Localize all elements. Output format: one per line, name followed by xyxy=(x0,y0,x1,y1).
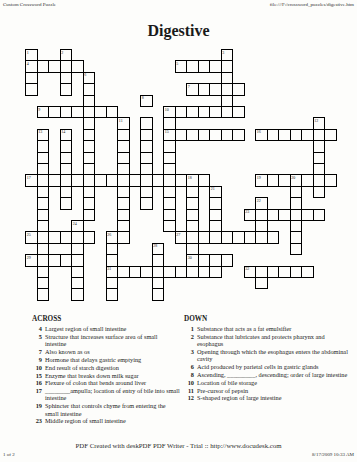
clue-text: Ascending, _________, descending; order … xyxy=(197,371,350,378)
cell-number: 31 xyxy=(107,266,111,271)
clue-item: 16Flexure of colon that bends around liv… xyxy=(32,379,180,386)
cell-number: 23 xyxy=(245,209,249,214)
cell-number: 29 xyxy=(27,255,31,260)
cell-number: 19 xyxy=(257,175,261,180)
clue-item: 1Substance that acts as a fat emulsifier xyxy=(184,325,350,332)
grid-cell-r21c4[interactable] xyxy=(71,288,84,300)
clue-number: 11 xyxy=(184,387,197,394)
clue-item: 8Ascending, _________, descending; order… xyxy=(184,371,350,378)
clue-text: Substance that acts as a fat emulsifier xyxy=(197,325,350,332)
cell-number: 1 xyxy=(27,50,29,55)
clue-text: Also known as os xyxy=(45,348,180,355)
clue-item: 10End result of starch digestion xyxy=(32,364,180,371)
cell-number: 28 xyxy=(153,243,157,248)
clue-text: Substance that lubricates and protects p… xyxy=(197,333,350,348)
grid-cell-r12c25[interactable] xyxy=(313,186,326,198)
grid-cell-r21c7[interactable] xyxy=(106,288,119,300)
clue-text: Largest region of small intestine xyxy=(45,325,180,332)
cell-number: 9 xyxy=(38,107,40,112)
grid-cell-r3c3[interactable] xyxy=(60,83,73,95)
clue-text: Structure that increases surface area of… xyxy=(45,333,180,348)
clue-item: 5Structure that increases surface area o… xyxy=(32,333,180,348)
grid-cell-r3c18[interactable] xyxy=(232,83,245,95)
grid-cell-r20c20[interactable] xyxy=(255,277,268,289)
clue-text: ________ampulla; location of entry of bi… xyxy=(45,387,180,402)
cell-number: 16 xyxy=(257,129,261,134)
pdf-watermark: PDF Created with deskPDF PDF Writer - Tr… xyxy=(0,442,357,449)
clue-item: 2Substance that lubricates and protects … xyxy=(184,333,350,348)
clue-text: Location of bile storage xyxy=(197,379,350,386)
clue-number: 3 xyxy=(184,348,197,363)
cell-number: 21 xyxy=(211,186,215,191)
grid-cell-r16c21[interactable] xyxy=(267,231,280,243)
print-timestamp: 8/17/2009 10:33 AM xyxy=(312,452,354,457)
header-url: file:///F:/crossword_puzzles/digestive.h… xyxy=(270,2,354,7)
grid-cell-r3c0[interactable] xyxy=(25,83,38,95)
grid-cell-r16c8[interactable] xyxy=(117,231,130,243)
clue-number: 4 xyxy=(32,325,45,332)
crossword-grid: 1234567891011121314151617181920212223242… xyxy=(25,49,337,301)
page-number: 1 of 2 xyxy=(3,452,15,457)
grid-cell-r4c10[interactable]: 8 xyxy=(140,95,153,107)
clue-item: 12S-shaped region of large intestine xyxy=(184,394,350,401)
grid-cell-r17c23[interactable] xyxy=(290,243,303,255)
clue-number: 17 xyxy=(32,387,45,402)
across-clues: ACROSS 4Largest region of small intestin… xyxy=(32,316,180,425)
cell-number: 6 xyxy=(84,72,86,77)
header-left: Custom Crossword Puzzle xyxy=(3,2,56,7)
cell-number: 3 xyxy=(222,50,224,55)
clue-text: Sphincter that controls chyme from enter… xyxy=(45,402,180,417)
grid-cell-r21c11[interactable] xyxy=(152,288,165,300)
down-clue-list: 1Substance that acts as a fat emulsifier… xyxy=(184,325,350,401)
cell-number: 22 xyxy=(257,198,261,203)
clue-item: 23Middle region of small intestine xyxy=(32,417,180,424)
cell-number: 10 xyxy=(165,107,169,112)
clue-text: Hormone that delays gastric emptying xyxy=(45,356,180,363)
down-heading: DOWN xyxy=(184,316,350,323)
cell-number: 8 xyxy=(142,95,144,100)
cell-number: 24 xyxy=(73,221,77,226)
grid-cell-r14c25[interactable] xyxy=(313,209,326,221)
clue-number: 7 xyxy=(32,348,45,355)
clue-item: 17________ampulla; location of entry of … xyxy=(32,387,180,402)
clue-number: 12 xyxy=(184,394,197,401)
clue-text: Pre-cursor of pepsin xyxy=(197,387,350,394)
grid-cell-r13c10[interactable] xyxy=(140,197,153,209)
down-clues: DOWN 1Substance that acts as a fat emuls… xyxy=(184,316,350,402)
clue-number: 10 xyxy=(32,364,45,371)
clue-number: 8 xyxy=(184,371,197,378)
clue-item: 6Acid produced by parietal cells in gast… xyxy=(184,363,350,370)
grid-cell-r16c5[interactable] xyxy=(83,231,96,243)
cell-number: 17 xyxy=(27,175,31,180)
grid-cell-r19c16[interactable] xyxy=(209,266,222,278)
clue-text: Middle region of small intestine xyxy=(45,417,180,424)
clue-number: 2 xyxy=(184,333,197,348)
cell-number: 11 xyxy=(119,118,123,123)
printed-page: Custom Crossword Puzzle file:///F:/cross… xyxy=(0,0,357,462)
clue-number: 1 xyxy=(184,325,197,332)
cell-number: 27 xyxy=(176,232,180,237)
cell-number: 7 xyxy=(188,84,190,89)
cell-number: 32 xyxy=(245,266,249,271)
cell-number: 4 xyxy=(27,61,29,66)
cell-number: 12 xyxy=(314,118,318,123)
grid-cell-r5c18[interactable] xyxy=(232,106,245,118)
clue-text: End result of starch digestion xyxy=(45,364,180,371)
clue-item: 11Pre-cursor of pepsin xyxy=(184,387,350,394)
grid-cell-r14c5[interactable] xyxy=(83,209,96,221)
cell-number: 5 xyxy=(176,61,178,66)
clue-item: 7Also known as os xyxy=(32,348,180,355)
cell-number: 15 xyxy=(165,129,169,134)
puzzle-title: Digestive xyxy=(0,22,357,40)
across-heading: ACROSS xyxy=(32,316,180,323)
grid-cell-r19c24[interactable] xyxy=(301,266,314,278)
clue-item: 4Largest region of small intestine xyxy=(32,325,180,332)
clue-text: Flexure of colon that bends around liver xyxy=(45,379,180,386)
clue-number: 23 xyxy=(32,417,45,424)
cell-number: 2 xyxy=(61,50,63,55)
cell-number: 18 xyxy=(188,175,192,180)
clue-text: Enzyme that breaks down milk sugar xyxy=(45,372,180,379)
clue-item: 19Sphincter that controls chyme from ent… xyxy=(32,402,180,417)
cell-number: 25 xyxy=(27,232,31,237)
clue-text: Opening through which the esophagus ente… xyxy=(197,348,350,363)
grid-cell-r18c17[interactable] xyxy=(221,254,234,266)
grid-cell-r7c26[interactable] xyxy=(324,129,337,141)
clue-number: 10 xyxy=(184,379,197,386)
clue-item: 15Enzyme that breaks down milk sugar xyxy=(32,372,180,379)
clue-number: 9 xyxy=(32,356,45,363)
cell-number: 14 xyxy=(61,129,65,134)
clue-number: 19 xyxy=(32,402,45,417)
grid-cell-r21c1[interactable] xyxy=(37,288,50,300)
clue-item: 9Hormone that delays gastric emptying xyxy=(32,356,180,363)
cell-number: 13 xyxy=(38,129,42,134)
grid-cell-r13c3[interactable] xyxy=(60,197,73,209)
grid-cell-r7c18[interactable] xyxy=(232,129,245,141)
cell-number: 30 xyxy=(188,255,192,260)
grid-cell-r11c26[interactable] xyxy=(324,174,337,186)
clue-item: 3Opening through which the esophagus ent… xyxy=(184,348,350,363)
clue-text: S-shaped region of large intestine xyxy=(197,394,350,401)
clue-number: 6 xyxy=(184,363,197,370)
cell-number: 26 xyxy=(107,232,111,237)
clue-item: 10Location of bile storage xyxy=(184,379,350,386)
clue-number: 16 xyxy=(32,379,45,386)
cell-number: 20 xyxy=(291,175,295,180)
clue-number: 5 xyxy=(32,333,45,348)
clue-text: Acid produced by parietal cells in gastr… xyxy=(197,363,350,370)
clue-number: 15 xyxy=(32,372,45,379)
across-clue-list: 4Largest region of small intestine5Struc… xyxy=(32,325,180,424)
